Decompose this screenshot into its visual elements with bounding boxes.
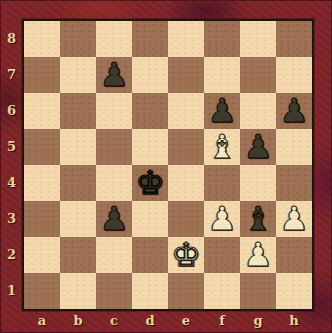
rank-labels: 8 7 6 5 4 3 2 1 — [1, 21, 22, 309]
square-g2[interactable]: ♟ — [240, 237, 276, 273]
square-c5[interactable] — [96, 129, 132, 165]
square-h2[interactable] — [276, 237, 312, 273]
black-pawn[interactable]: ♟ — [96, 201, 132, 237]
square-a8[interactable] — [24, 21, 60, 57]
chessboard: ♟♟♟♝♟♚♟♟♝♟♚♟ — [24, 21, 312, 309]
file-label-h: h — [276, 309, 312, 333]
square-c1[interactable] — [96, 273, 132, 309]
square-h1[interactable] — [276, 273, 312, 309]
square-h8[interactable] — [276, 21, 312, 57]
white-pawn[interactable]: ♟ — [204, 201, 240, 237]
square-e3[interactable] — [168, 201, 204, 237]
square-e4[interactable] — [168, 165, 204, 201]
square-a7[interactable] — [24, 57, 60, 93]
rank-label-6: 6 — [1, 93, 22, 129]
file-label-c: c — [96, 309, 132, 333]
rank-label-4: 4 — [1, 165, 22, 201]
square-b8[interactable] — [60, 21, 96, 57]
square-b5[interactable] — [60, 129, 96, 165]
file-label-g: g — [240, 309, 276, 333]
square-d5[interactable] — [132, 129, 168, 165]
white-bishop[interactable]: ♝ — [204, 129, 240, 165]
board-frame: 8 7 6 5 4 3 2 1 ♟♟♟♝♟♚♟♟♝♟♚♟ a b c d e f… — [0, 0, 332, 333]
square-d6[interactable] — [132, 93, 168, 129]
square-g5[interactable]: ♟ — [240, 129, 276, 165]
square-g3[interactable]: ♝ — [240, 201, 276, 237]
square-b2[interactable] — [60, 237, 96, 273]
black-pawn[interactable]: ♟ — [240, 129, 276, 165]
square-g6[interactable] — [240, 93, 276, 129]
square-c8[interactable] — [96, 21, 132, 57]
black-pawn[interactable]: ♟ — [276, 93, 312, 129]
square-g8[interactable] — [240, 21, 276, 57]
rank-label-3: 3 — [1, 201, 22, 237]
square-a3[interactable] — [24, 201, 60, 237]
rank-label-8: 8 — [1, 21, 22, 57]
square-h5[interactable] — [276, 129, 312, 165]
square-f7[interactable] — [204, 57, 240, 93]
square-f6[interactable]: ♟ — [204, 93, 240, 129]
white-pawn[interactable]: ♟ — [240, 237, 276, 273]
square-b1[interactable] — [60, 273, 96, 309]
square-a5[interactable] — [24, 129, 60, 165]
file-label-e: e — [168, 309, 204, 333]
square-f4[interactable] — [204, 165, 240, 201]
square-d3[interactable] — [132, 201, 168, 237]
square-f1[interactable] — [204, 273, 240, 309]
white-king[interactable]: ♚ — [168, 237, 204, 273]
square-c7[interactable]: ♟ — [96, 57, 132, 93]
square-c3[interactable]: ♟ — [96, 201, 132, 237]
file-label-a: a — [24, 309, 60, 333]
black-king[interactable]: ♚ — [132, 165, 168, 201]
square-f3[interactable]: ♟ — [204, 201, 240, 237]
rank-label-5: 5 — [1, 129, 22, 165]
black-pawn[interactable]: ♟ — [96, 57, 132, 93]
square-e7[interactable] — [168, 57, 204, 93]
square-e1[interactable] — [168, 273, 204, 309]
rank-label-2: 2 — [1, 237, 22, 273]
square-e5[interactable] — [168, 129, 204, 165]
square-a6[interactable] — [24, 93, 60, 129]
square-d7[interactable] — [132, 57, 168, 93]
square-c6[interactable] — [96, 93, 132, 129]
square-g1[interactable] — [240, 273, 276, 309]
square-h6[interactable]: ♟ — [276, 93, 312, 129]
square-h3[interactable]: ♟ — [276, 201, 312, 237]
square-d1[interactable] — [132, 273, 168, 309]
square-g4[interactable] — [240, 165, 276, 201]
square-h4[interactable] — [276, 165, 312, 201]
square-a1[interactable] — [24, 273, 60, 309]
square-d4[interactable]: ♚ — [132, 165, 168, 201]
square-e8[interactable] — [168, 21, 204, 57]
square-c4[interactable] — [96, 165, 132, 201]
square-f2[interactable] — [204, 237, 240, 273]
chessboard-border: ♟♟♟♝♟♚♟♟♝♟♚♟ — [22, 19, 314, 311]
square-d2[interactable] — [132, 237, 168, 273]
square-c2[interactable] — [96, 237, 132, 273]
square-b4[interactable] — [60, 165, 96, 201]
black-bishop[interactable]: ♝ — [240, 201, 276, 237]
square-h7[interactable] — [276, 57, 312, 93]
square-e2[interactable]: ♚ — [168, 237, 204, 273]
white-pawn[interactable]: ♟ — [276, 201, 312, 237]
rank-label-1: 1 — [1, 273, 22, 309]
square-a2[interactable] — [24, 237, 60, 273]
square-d8[interactable] — [132, 21, 168, 57]
square-g7[interactable] — [240, 57, 276, 93]
square-b7[interactable] — [60, 57, 96, 93]
file-labels: a b c d e f g h — [24, 309, 312, 333]
file-label-d: d — [132, 309, 168, 333]
square-b6[interactable] — [60, 93, 96, 129]
square-f8[interactable] — [204, 21, 240, 57]
square-b3[interactable] — [60, 201, 96, 237]
rank-label-7: 7 — [1, 57, 22, 93]
file-label-b: b — [60, 309, 96, 333]
file-label-f: f — [204, 309, 240, 333]
square-a4[interactable] — [24, 165, 60, 201]
square-f5[interactable]: ♝ — [204, 129, 240, 165]
square-e6[interactable] — [168, 93, 204, 129]
black-pawn[interactable]: ♟ — [204, 93, 240, 129]
